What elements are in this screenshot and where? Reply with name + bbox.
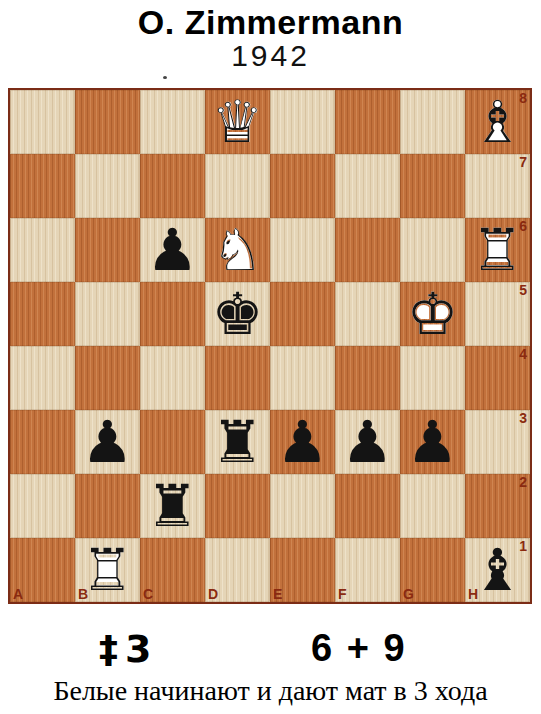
square-e8[interactable]	[270, 90, 335, 154]
square-f5[interactable]	[335, 282, 400, 346]
square-d5[interactable]: ♚	[205, 282, 270, 346]
square-g7[interactable]	[400, 154, 465, 218]
stipulation-mate-in-3: ‡3	[99, 628, 151, 670]
square-g5[interactable]: ♚♔	[400, 282, 465, 346]
file-label-d: D	[208, 587, 218, 602]
square-a7[interactable]	[10, 154, 75, 218]
square-f3[interactable]: ♟	[335, 410, 400, 474]
rank-label-2: 2	[519, 475, 527, 490]
square-b6[interactable]	[75, 218, 140, 282]
white-king: ♚	[400, 282, 465, 346]
material-count: 6 + 9	[311, 627, 407, 669]
square-b1[interactable]: B♜♖	[75, 538, 140, 602]
black-pawn: ♟	[335, 410, 400, 474]
square-h7[interactable]: 7	[465, 154, 530, 218]
black-pawn: ♟	[75, 410, 140, 474]
instruction-text: Белые начинают и дают мат в 3 хода	[0, 674, 541, 708]
rank-label-5: 5	[519, 283, 527, 298]
square-e2[interactable]	[270, 474, 335, 538]
black-rook: ♜	[140, 474, 205, 538]
square-b7[interactable]	[75, 154, 140, 218]
file-label-e: E	[273, 587, 282, 602]
black-pawn: ♟	[400, 410, 465, 474]
square-a4[interactable]	[10, 346, 75, 410]
square-f8[interactable]	[335, 90, 400, 154]
file-label-b: B	[78, 587, 88, 602]
stray-dot	[163, 76, 167, 79]
square-h6[interactable]: 6♜♖	[465, 218, 530, 282]
square-c4[interactable]	[140, 346, 205, 410]
rank-label-8: 8	[519, 91, 527, 106]
square-g1[interactable]: G	[400, 538, 465, 602]
square-h1[interactable]: 1H♝	[465, 538, 530, 602]
rank-label-1: 1	[519, 539, 527, 554]
square-e3[interactable]: ♟	[270, 410, 335, 474]
square-f4[interactable]	[335, 346, 400, 410]
mate-move-count: 3	[125, 627, 151, 671]
square-h4[interactable]: 4	[465, 346, 530, 410]
square-d2[interactable]	[205, 474, 270, 538]
square-g4[interactable]	[400, 346, 465, 410]
square-b2[interactable]	[75, 474, 140, 538]
square-a1[interactable]: A	[10, 538, 75, 602]
square-h8[interactable]: 8♝♗	[465, 90, 530, 154]
square-a6[interactable]	[10, 218, 75, 282]
square-e7[interactable]	[270, 154, 335, 218]
file-label-c: C	[143, 587, 153, 602]
square-a8[interactable]	[10, 90, 75, 154]
square-a2[interactable]	[10, 474, 75, 538]
white-queen: ♛	[205, 90, 270, 154]
square-e4[interactable]	[270, 346, 335, 410]
square-h2[interactable]: 2	[465, 474, 530, 538]
rank-label-4: 4	[519, 347, 527, 362]
file-label-f: F	[338, 587, 347, 602]
square-d6[interactable]: ♞♘	[205, 218, 270, 282]
file-label-a: A	[13, 587, 23, 602]
square-g8[interactable]	[400, 90, 465, 154]
rank-label-3: 3	[519, 411, 527, 426]
white-knight: ♞	[205, 218, 270, 282]
white-king-outline: ♔	[400, 282, 465, 346]
square-b4[interactable]	[75, 346, 140, 410]
white-queen-outline: ♕	[205, 90, 270, 154]
square-e5[interactable]	[270, 282, 335, 346]
black-rook: ♜	[205, 410, 270, 474]
square-e6[interactable]	[270, 218, 335, 282]
square-g2[interactable]	[400, 474, 465, 538]
square-a5[interactable]	[10, 282, 75, 346]
square-d1[interactable]: D	[205, 538, 270, 602]
square-b8[interactable]	[75, 90, 140, 154]
white-knight-outline: ♘	[205, 218, 270, 282]
black-king: ♚	[205, 282, 270, 346]
square-c7[interactable]	[140, 154, 205, 218]
composer-name: O. Zimmermann	[0, 2, 541, 42]
mate-symbol: ‡	[99, 627, 118, 671]
square-c8[interactable]	[140, 90, 205, 154]
square-d4[interactable]	[205, 346, 270, 410]
square-c3[interactable]	[140, 410, 205, 474]
square-d8[interactable]: ♛♕	[205, 90, 270, 154]
square-h5[interactable]: 5	[465, 282, 530, 346]
square-b3[interactable]: ♟	[75, 410, 140, 474]
page: O. Zimmermann 1942 ♛♕8♝♗7♟♞♘6♜♖♚♚♔54♟♜♟♟…	[0, 0, 541, 714]
square-c5[interactable]	[140, 282, 205, 346]
square-d3[interactable]: ♜	[205, 410, 270, 474]
black-pawn: ♟	[140, 218, 205, 282]
square-c1[interactable]: C	[140, 538, 205, 602]
black-pawn: ♟	[270, 410, 335, 474]
square-a3[interactable]	[10, 410, 75, 474]
file-label-h: H	[468, 587, 478, 602]
rank-label-7: 7	[519, 155, 527, 170]
square-h3[interactable]: 3	[465, 410, 530, 474]
rank-label-6: 6	[519, 219, 527, 234]
square-c6[interactable]: ♟	[140, 218, 205, 282]
square-g3[interactable]: ♟	[400, 410, 465, 474]
square-f7[interactable]	[335, 154, 400, 218]
square-f6[interactable]	[335, 218, 400, 282]
square-g6[interactable]	[400, 218, 465, 282]
square-b5[interactable]	[75, 282, 140, 346]
square-e1[interactable]: E	[270, 538, 335, 602]
square-c2[interactable]: ♜	[140, 474, 205, 538]
square-f1[interactable]: F	[335, 538, 400, 602]
composition-year: 1942	[0, 40, 541, 72]
square-d7[interactable]	[205, 154, 270, 218]
square-f2[interactable]	[335, 474, 400, 538]
file-label-g: G	[403, 587, 414, 602]
chess-board: ♛♕8♝♗7♟♞♘6♜♖♚♚♔54♟♜♟♟♟3♜2AB♜♖CDEFG1H♝	[8, 88, 532, 604]
